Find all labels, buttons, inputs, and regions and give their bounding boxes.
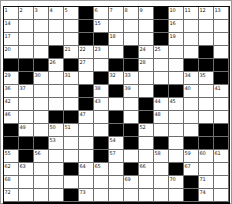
clue-number: 22 (80, 46, 86, 52)
clue-number: 60 (200, 150, 206, 156)
grid-cell[interactable] (34, 189, 49, 202)
grid-cell[interactable] (79, 124, 94, 137)
black-cell (124, 59, 139, 72)
grid-cell[interactable] (19, 46, 34, 59)
black-cell (199, 59, 214, 72)
grid-cell[interactable] (214, 189, 229, 202)
grid-cell[interactable] (139, 20, 154, 33)
grid-cell[interactable] (79, 137, 94, 150)
clue-number: 5 (65, 7, 68, 13)
grid-cell[interactable]: 38 (94, 85, 109, 98)
grid-cell[interactable] (64, 98, 79, 111)
grid-cell[interactable]: 27 (79, 59, 94, 72)
grid-cell[interactable]: 23 (94, 46, 109, 59)
grid-cell[interactable]: 19 (169, 33, 184, 46)
clue-number: 49 (20, 124, 26, 130)
grid-cell[interactable] (49, 163, 64, 176)
grid-cell[interactable] (94, 59, 109, 72)
grid-cell[interactable] (94, 111, 109, 124)
clue-number: 12 (200, 7, 206, 13)
grid-cell[interactable]: 54 (109, 137, 124, 150)
grid-cell[interactable] (64, 33, 79, 46)
clue-number: 15 (95, 20, 101, 26)
black-cell (109, 85, 124, 98)
clue-number: 8 (125, 7, 128, 13)
grid-cell[interactable] (19, 189, 34, 202)
grid-cell[interactable]: 57 (109, 150, 124, 163)
grid-cell[interactable] (139, 33, 154, 46)
grid-cell[interactable] (19, 98, 34, 111)
grid-cell[interactable] (139, 150, 154, 163)
clue-number: 53 (50, 137, 56, 143)
grid-cell[interactable] (169, 124, 184, 137)
grid-cell[interactable]: 41 (214, 85, 229, 98)
black-cell (124, 137, 139, 150)
grid-cell[interactable]: 71 (199, 176, 214, 189)
grid-cell[interactable] (154, 176, 169, 189)
grid-cell[interactable]: 17 (4, 33, 19, 46)
grid-cell[interactable] (214, 111, 229, 124)
grid-cell[interactable]: 49 (19, 124, 34, 137)
grid-cell[interactable] (154, 72, 169, 85)
grid-cell[interactable] (214, 33, 229, 46)
grid-cell[interactable]: 36 (4, 85, 19, 98)
clue-number: 16 (170, 20, 176, 26)
clue-number: 70 (170, 176, 176, 182)
clue-number: 57 (110, 150, 116, 156)
grid-cell[interactable]: 31 (64, 72, 79, 85)
grid-cell[interactable] (139, 72, 154, 85)
grid-cell[interactable] (19, 176, 34, 189)
clue-number: 58 (155, 150, 161, 156)
grid-cell[interactable]: 74 (199, 189, 214, 202)
grid-cell[interactable] (19, 20, 34, 33)
grid-cell[interactable] (154, 189, 169, 202)
grid-cell[interactable] (49, 150, 64, 163)
clue-number: 38 (95, 85, 101, 91)
grid-cell[interactable]: 60 (199, 150, 214, 163)
grid-cell[interactable] (109, 20, 124, 33)
clue-number: 51 (65, 124, 71, 130)
grid-cell[interactable] (49, 176, 64, 189)
clue-number: 28 (140, 59, 146, 65)
grid-cell[interactable] (64, 150, 79, 163)
grid-cell[interactable] (199, 85, 214, 98)
grid-cell[interactable] (109, 163, 124, 176)
grid-cell[interactable]: 70 (169, 176, 184, 189)
grid-cell[interactable]: 8 (124, 7, 139, 20)
grid-cell[interactable] (109, 176, 124, 189)
grid-cell[interactable]: 67 (184, 163, 199, 176)
grid-cell[interactable]: 12 (199, 7, 214, 20)
grid-cell[interactable]: 5 (64, 7, 79, 20)
grid-cell[interactable] (199, 111, 214, 124)
grid-cell[interactable]: 68 (4, 176, 19, 189)
grid-cell[interactable]: 16 (169, 20, 184, 33)
grid-cell[interactable] (49, 72, 64, 85)
clue-number: 1 (5, 7, 8, 13)
grid-cell[interactable] (94, 124, 109, 137)
grid-cell[interactable]: 63 (19, 163, 34, 176)
grid-cell[interactable] (34, 124, 49, 137)
black-cell (94, 137, 109, 150)
clue-number: 50 (50, 124, 56, 130)
grid-cell[interactable]: 9 (139, 7, 154, 20)
grid-cell[interactable]: 53 (49, 137, 64, 150)
black-cell (19, 59, 34, 72)
grid-cell[interactable]: 11 (184, 7, 199, 20)
clue-number: 18 (110, 33, 116, 39)
black-cell (49, 111, 64, 124)
black-cell (34, 137, 49, 150)
grid-cell[interactable] (34, 98, 49, 111)
grid-cell[interactable] (94, 176, 109, 189)
grid-cell[interactable] (184, 124, 199, 137)
clue-number: 7 (110, 7, 113, 13)
black-cell (109, 111, 124, 124)
black-cell (79, 33, 94, 46)
black-cell (139, 111, 154, 124)
grid-cell[interactable]: 44 (154, 98, 169, 111)
grid-cell[interactable]: 13 (214, 7, 229, 20)
black-cell (214, 72, 229, 85)
clue-number: 27 (80, 59, 86, 65)
grid-cell[interactable]: 47 (79, 111, 94, 124)
grid-cell[interactable] (199, 98, 214, 111)
grid-cell[interactable]: 66 (139, 163, 154, 176)
grid-cell[interactable] (49, 98, 64, 111)
grid-cell[interactable]: 51 (64, 124, 79, 137)
black-cell (19, 137, 34, 150)
grid-cell[interactable] (169, 189, 184, 202)
grid-cell[interactable]: 59 (184, 150, 199, 163)
grid-cell[interactable] (214, 98, 229, 111)
black-cell (184, 189, 199, 202)
grid-cell[interactable] (139, 176, 154, 189)
clue-number: 9 (140, 7, 143, 13)
grid-cell[interactable] (109, 189, 124, 202)
grid-cell[interactable] (109, 98, 124, 111)
grid-cell[interactable] (79, 72, 94, 85)
clue-number: 74 (200, 189, 206, 195)
grid-cell[interactable]: 58 (154, 150, 169, 163)
black-cell (214, 124, 229, 137)
black-cell (169, 85, 184, 98)
grid-cell[interactable]: 34 (184, 72, 199, 85)
black-cell (34, 59, 49, 72)
grid-cell[interactable] (184, 46, 199, 59)
grid-cell[interactable]: 33 (124, 72, 139, 85)
grid-cell[interactable] (154, 124, 169, 137)
grid-cell[interactable]: 22 (79, 46, 94, 59)
grid-cell[interactable] (49, 85, 64, 98)
clue-number: 25 (155, 46, 161, 52)
grid-cell[interactable]: 35 (199, 72, 214, 85)
clue-number: 45 (170, 98, 176, 104)
grid-cell[interactable] (49, 33, 64, 46)
grid-cell[interactable] (34, 85, 49, 98)
clue-number: 63 (20, 163, 26, 169)
grid-cell[interactable]: 46 (4, 111, 19, 124)
grid-cell[interactable]: 65 (94, 163, 109, 176)
clue-number: 34 (185, 72, 191, 78)
grid-cell[interactable]: 21 (64, 46, 79, 59)
grid-cell[interactable] (214, 46, 229, 59)
grid-cell[interactable]: 26 (49, 59, 64, 72)
grid-cell[interactable]: 29 (4, 72, 19, 85)
clue-number: 10 (170, 7, 176, 13)
clue-number: 66 (140, 163, 146, 169)
grid-cell[interactable]: 45 (169, 98, 184, 111)
grid-cell[interactable] (154, 163, 169, 176)
grid-cell[interactable] (169, 150, 184, 163)
grid-cell[interactable] (184, 98, 199, 111)
clue-number: 62 (5, 163, 11, 169)
grid-cell[interactable] (49, 20, 64, 33)
grid-cell[interactable] (34, 33, 49, 46)
clue-number: 64 (80, 163, 86, 169)
black-cell (154, 85, 169, 98)
grid-cell[interactable] (214, 163, 229, 176)
grid-cell[interactable] (184, 33, 199, 46)
grid-cell[interactable]: 24 (139, 46, 154, 59)
clue-number: 68 (5, 176, 11, 182)
black-cell (64, 111, 79, 124)
clue-number: 69 (125, 176, 131, 182)
grid-cell[interactable] (124, 111, 139, 124)
clue-number: 3 (35, 7, 38, 13)
clue-number: 24 (140, 46, 146, 52)
clue-number: 67 (185, 163, 191, 169)
grid-cell[interactable] (109, 46, 124, 59)
black-cell (199, 124, 214, 137)
black-cell (109, 124, 124, 137)
grid-cell[interactable] (64, 176, 79, 189)
grid-cell[interactable] (184, 111, 199, 124)
clue-number: 23 (95, 46, 101, 52)
grid-cell[interactable] (124, 150, 139, 163)
clue-number: 36 (5, 85, 11, 91)
grid-cell[interactable] (34, 176, 49, 189)
grid-cell[interactable]: 55 (4, 150, 19, 163)
grid-cell[interactable]: 2 (19, 7, 34, 20)
grid-cell[interactable] (124, 33, 139, 46)
clue-number: 6 (95, 7, 98, 13)
grid-cell[interactable]: 32 (109, 72, 124, 85)
black-cell (214, 137, 229, 150)
clue-number: 65 (95, 163, 101, 169)
clue-number: 41 (215, 85, 221, 91)
clue-number: 11 (185, 7, 191, 13)
clue-number: 47 (80, 111, 86, 117)
black-cell (184, 137, 199, 150)
grid-cell[interactable] (139, 137, 154, 150)
black-cell (109, 59, 124, 72)
grid-cell[interactable]: 7 (109, 7, 124, 20)
grid-cell[interactable]: 40 (184, 85, 199, 98)
black-cell (139, 98, 154, 111)
clue-number: 73 (80, 189, 86, 195)
black-cell (124, 124, 139, 137)
grid-cell[interactable] (64, 137, 79, 150)
grid-cell[interactable] (199, 20, 214, 33)
black-cell (199, 46, 214, 59)
grid-cell[interactable]: 18 (109, 33, 124, 46)
grid-cell[interactable]: 64 (79, 163, 94, 176)
black-cell (214, 59, 229, 72)
clue-number: 32 (110, 72, 116, 78)
clue-number: 42 (5, 98, 11, 104)
grid-cell[interactable] (79, 150, 94, 163)
black-cell (94, 33, 109, 46)
black-cell (154, 20, 169, 33)
grid-cell[interactable] (124, 20, 139, 33)
grid-cell[interactable] (169, 72, 184, 85)
clue-number: 46 (5, 111, 11, 117)
grid-cell[interactable] (214, 20, 229, 33)
grid-cell[interactable]: 56 (34, 150, 49, 163)
clue-number: 2 (20, 7, 23, 13)
grid-cell[interactable]: 30 (34, 72, 49, 85)
black-cell (169, 163, 184, 176)
grid-cell[interactable]: 50 (49, 124, 64, 137)
grid-cell[interactable] (154, 59, 169, 72)
clue-number: 40 (185, 85, 191, 91)
black-cell (124, 46, 139, 59)
grid-cell[interactable] (124, 189, 139, 202)
clue-number: 72 (5, 189, 11, 195)
grid-cell[interactable]: 61 (214, 150, 229, 163)
black-cell (19, 72, 34, 85)
clue-number: 48 (155, 111, 161, 117)
clue-number: 56 (35, 150, 41, 156)
grid-cell[interactable] (199, 163, 214, 176)
grid-cell[interactable] (64, 20, 79, 33)
black-cell (4, 59, 19, 72)
clue-number: 71 (200, 176, 206, 182)
grid-cell[interactable] (19, 111, 34, 124)
grid-cell[interactable] (34, 111, 49, 124)
clue-number: 20 (5, 46, 11, 52)
grid-cell[interactable] (34, 163, 49, 176)
grid-cell[interactable] (139, 85, 154, 98)
clue-number: 55 (5, 150, 11, 156)
grid-cell[interactable] (184, 20, 199, 33)
grid-cell[interactable]: 48 (154, 111, 169, 124)
grid-cell[interactable]: 1 (4, 7, 19, 20)
grid-cell[interactable] (34, 46, 49, 59)
grid-cell[interactable] (169, 59, 184, 72)
black-cell (79, 98, 94, 111)
grid-cell[interactable]: 4 (49, 7, 64, 20)
crossword-grid: 1234567891011121314151617181920212223242… (3, 6, 230, 204)
grid-cell[interactable]: 72 (4, 189, 19, 202)
clue-number: 43 (95, 98, 101, 104)
clue-number: 59 (185, 150, 191, 156)
clue-number: 26 (50, 59, 56, 65)
grid-cell[interactable]: 43 (94, 98, 109, 111)
black-cell (184, 59, 199, 72)
grid-cell[interactable]: 25 (154, 46, 169, 59)
grid-cell[interactable]: 20 (4, 46, 19, 59)
grid-cell[interactable]: 42 (4, 98, 19, 111)
black-cell (64, 189, 79, 202)
black-cell (154, 33, 169, 46)
clue-number: 14 (5, 20, 11, 26)
clue-number: 17 (5, 33, 11, 39)
grid-cell[interactable]: 3 (34, 7, 49, 20)
black-cell (4, 137, 19, 150)
grid-cell[interactable]: 73 (79, 189, 94, 202)
clue-number: 29 (5, 72, 11, 78)
black-cell (79, 85, 94, 98)
black-cell (49, 46, 64, 59)
grid-cell[interactable] (34, 20, 49, 33)
grid-cell[interactable]: 6 (94, 7, 109, 20)
grid-cell[interactable]: 10 (169, 7, 184, 20)
grid-cell[interactable] (94, 189, 109, 202)
clue-number: 30 (35, 72, 41, 78)
clue-number: 61 (215, 150, 221, 156)
clue-number: 4 (50, 7, 53, 13)
clue-number: 39 (125, 85, 131, 91)
black-cell (79, 20, 94, 33)
clue-number: 19 (170, 33, 176, 39)
black-cell (184, 176, 199, 189)
grid-cell[interactable] (139, 189, 154, 202)
grid-cell[interactable] (79, 176, 94, 189)
black-cell (4, 124, 19, 137)
clue-number: 44 (155, 98, 161, 104)
grid-cell[interactable] (169, 137, 184, 150)
grid-cell[interactable] (124, 98, 139, 111)
clue-number: 31 (65, 72, 71, 78)
grid-cell[interactable]: 52 (139, 124, 154, 137)
grid-cell[interactable] (199, 33, 214, 46)
black-cell (64, 59, 79, 72)
black-cell (124, 163, 139, 176)
grid-cell[interactable]: 15 (94, 20, 109, 33)
clue-number: 21 (65, 46, 71, 52)
grid-cell[interactable] (169, 111, 184, 124)
black-cell (199, 137, 214, 150)
clue-number: 13 (215, 7, 221, 13)
grid-cell[interactable]: 28 (139, 59, 154, 72)
black-cell (19, 150, 34, 163)
grid-cell[interactable] (19, 33, 34, 46)
grid-cell[interactable] (169, 46, 184, 59)
grid-cell[interactable] (64, 85, 79, 98)
black-cell (64, 163, 79, 176)
clue-number: 54 (110, 137, 116, 143)
grid-cell[interactable] (214, 176, 229, 189)
grid-cell[interactable]: 39 (124, 85, 139, 98)
black-cell (79, 7, 94, 20)
grid-cell[interactable] (49, 189, 64, 202)
grid-cell[interactable]: 37 (19, 85, 34, 98)
black-cell (94, 150, 109, 163)
clue-number: 33 (125, 72, 131, 78)
black-cell (154, 7, 169, 20)
grid-cell[interactable]: 69 (124, 176, 139, 189)
clue-number: 52 (140, 124, 146, 130)
grid-cell[interactable]: 62 (4, 163, 19, 176)
grid-cell[interactable]: 14 (4, 20, 19, 33)
clue-number: 37 (20, 85, 26, 91)
black-cell (94, 72, 109, 85)
clue-number: 35 (200, 72, 206, 78)
black-cell (154, 137, 169, 150)
